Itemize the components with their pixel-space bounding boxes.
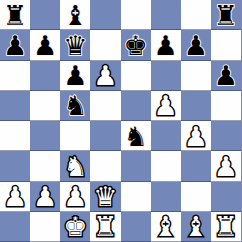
chess-board: ♜♝♜♟♟♛♚♟♟♟♟♟♞♟♞♟♞♟♟♟♟♛♚♜♝♝♜: [0, 0, 242, 242]
black-queen[interactable]: ♛: [63, 32, 87, 59]
black-knight[interactable]: ♞: [63, 92, 87, 119]
square-d4[interactable]: [90, 121, 120, 151]
square-e1[interactable]: [121, 212, 151, 242]
square-h5[interactable]: [211, 91, 241, 121]
square-a1[interactable]: [0, 212, 30, 242]
white-bishop[interactable]: ♝: [154, 213, 178, 240]
black-rook[interactable]: ♜: [214, 2, 238, 29]
square-h3[interactable]: ♟: [211, 151, 241, 181]
black-pawn[interactable]: ♟: [154, 32, 178, 59]
black-rook[interactable]: ♜: [3, 2, 27, 29]
square-d1[interactable]: ♜: [90, 212, 120, 242]
black-pawn[interactable]: ♟: [63, 62, 87, 89]
white-queen[interactable]: ♛: [93, 183, 117, 210]
white-king[interactable]: ♚: [63, 213, 87, 240]
square-f2[interactable]: [151, 182, 181, 212]
square-d3[interactable]: [90, 151, 120, 181]
square-c1[interactable]: ♚: [60, 212, 90, 242]
square-f4[interactable]: [151, 121, 181, 151]
square-a6[interactable]: [0, 61, 30, 91]
square-f5[interactable]: ♟: [151, 91, 181, 121]
square-e8[interactable]: [121, 0, 151, 30]
square-h8[interactable]: ♜: [211, 0, 241, 30]
white-pawn[interactable]: ♟: [33, 183, 57, 210]
square-c3[interactable]: ♞: [60, 151, 90, 181]
black-king[interactable]: ♚: [123, 32, 147, 59]
square-a3[interactable]: [0, 151, 30, 181]
square-b4[interactable]: [30, 121, 60, 151]
square-g6[interactable]: [181, 61, 211, 91]
square-a2[interactable]: ♟: [0, 182, 30, 212]
square-e4[interactable]: ♞: [121, 121, 151, 151]
square-g4[interactable]: ♟: [181, 121, 211, 151]
black-pawn[interactable]: ♟: [214, 62, 238, 89]
square-d7[interactable]: [90, 30, 120, 60]
square-a4[interactable]: [0, 121, 30, 151]
square-b3[interactable]: [30, 151, 60, 181]
square-b7[interactable]: ♟: [30, 30, 60, 60]
square-e6[interactable]: [121, 61, 151, 91]
square-h7[interactable]: [211, 30, 241, 60]
square-f3[interactable]: [151, 151, 181, 181]
white-bishop[interactable]: ♝: [184, 213, 208, 240]
square-b1[interactable]: [30, 212, 60, 242]
square-h6[interactable]: ♟: [211, 61, 241, 91]
square-c5[interactable]: ♞: [60, 91, 90, 121]
square-f8[interactable]: [151, 0, 181, 30]
square-a7[interactable]: ♟: [0, 30, 30, 60]
black-knight[interactable]: ♞: [123, 123, 147, 150]
square-b6[interactable]: [30, 61, 60, 91]
square-g2[interactable]: [181, 182, 211, 212]
square-c2[interactable]: ♟: [60, 182, 90, 212]
square-b2[interactable]: ♟: [30, 182, 60, 212]
black-bishop[interactable]: ♝: [63, 2, 87, 29]
square-d2[interactable]: ♛: [90, 182, 120, 212]
square-h2[interactable]: [211, 182, 241, 212]
square-b5[interactable]: [30, 91, 60, 121]
square-e7[interactable]: ♚: [121, 30, 151, 60]
black-pawn[interactable]: ♟: [184, 32, 208, 59]
white-rook[interactable]: ♜: [93, 213, 117, 240]
square-a5[interactable]: [0, 91, 30, 121]
square-c8[interactable]: ♝: [60, 0, 90, 30]
black-pawn[interactable]: ♟: [33, 32, 57, 59]
square-h1[interactable]: ♜: [211, 212, 241, 242]
square-f7[interactable]: ♟: [151, 30, 181, 60]
square-e5[interactable]: [121, 91, 151, 121]
square-h4[interactable]: [211, 121, 241, 151]
square-e2[interactable]: [121, 182, 151, 212]
square-d8[interactable]: [90, 0, 120, 30]
square-g1[interactable]: ♝: [181, 212, 211, 242]
square-f6[interactable]: [151, 61, 181, 91]
white-pawn[interactable]: ♟: [184, 123, 208, 150]
square-a8[interactable]: ♜: [0, 0, 30, 30]
square-g7[interactable]: ♟: [181, 30, 211, 60]
square-c7[interactable]: ♛: [60, 30, 90, 60]
square-c4[interactable]: [60, 121, 90, 151]
white-rook[interactable]: ♜: [214, 213, 238, 240]
white-pawn[interactable]: ♟: [214, 153, 238, 180]
square-f1[interactable]: ♝: [151, 212, 181, 242]
square-e3[interactable]: [121, 151, 151, 181]
square-g3[interactable]: [181, 151, 211, 181]
white-knight[interactable]: ♞: [63, 153, 87, 180]
white-pawn[interactable]: ♟: [63, 183, 87, 210]
square-g5[interactable]: [181, 91, 211, 121]
square-d5[interactable]: [90, 91, 120, 121]
black-pawn[interactable]: ♟: [3, 32, 27, 59]
white-pawn[interactable]: ♟: [93, 62, 117, 89]
white-pawn[interactable]: ♟: [3, 183, 27, 210]
square-d6[interactable]: ♟: [90, 61, 120, 91]
square-b8[interactable]: [30, 0, 60, 30]
square-g8[interactable]: [181, 0, 211, 30]
square-c6[interactable]: ♟: [60, 61, 90, 91]
white-pawn[interactable]: ♟: [154, 92, 178, 119]
